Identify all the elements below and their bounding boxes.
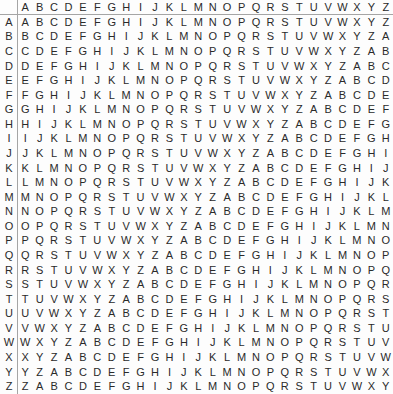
grid-cell: Y (364, 15, 378, 30)
grid-cell: X (133, 234, 147, 249)
grid-cell: E (220, 248, 234, 263)
grid-cell: X (119, 248, 133, 263)
grid-cell: E (191, 277, 205, 292)
grid-cell: X (32, 336, 46, 351)
grid-cell: H (249, 263, 263, 278)
grid-cell: U (234, 88, 248, 103)
grid-cell: T (61, 248, 75, 263)
grid-cell: Y (90, 292, 104, 307)
grid-cell: V (18, 321, 32, 336)
grid-cell: Q (263, 379, 277, 394)
grid-cell: F (18, 88, 32, 103)
grid-cell: D (263, 190, 277, 205)
grid-cell: F (321, 161, 335, 176)
grid-cell: B (18, 30, 32, 45)
grid-cell: W (148, 205, 162, 220)
grid-cell: E (177, 292, 191, 307)
grid-cell: K (162, 15, 176, 30)
grid-cell: D (278, 175, 292, 190)
grid-cell: B (177, 248, 191, 263)
grid-cell: Q (379, 263, 393, 278)
grid-cell: I (148, 379, 162, 394)
grid-cell: C (234, 205, 248, 220)
grid-cell: V (205, 132, 219, 147)
grid-cell: Q (90, 175, 104, 190)
grid-cell: M (364, 219, 378, 234)
grid-cell: X (162, 205, 176, 220)
grid-cell: N (148, 73, 162, 88)
grid-cell: T (148, 161, 162, 176)
grid-cell: J (249, 292, 263, 307)
row-header-cell: S (0, 277, 18, 292)
grid-cell: W (177, 175, 191, 190)
grid-cell: H (335, 175, 349, 190)
grid-cell: W (364, 365, 378, 380)
grid-cell: M (249, 336, 263, 351)
grid-cell: C (278, 161, 292, 176)
grid-cell: M (306, 277, 320, 292)
grid-cell: J (220, 321, 234, 336)
grid-cell: J (321, 219, 335, 234)
grid-cell: N (249, 350, 263, 365)
grid-cell: X (90, 277, 104, 292)
grid-cell: L (278, 292, 292, 307)
grid-cell: G (177, 321, 191, 336)
grid-cell: A (76, 336, 90, 351)
grid-cell: N (278, 321, 292, 336)
grid-cell: Y (47, 336, 61, 351)
grid-cell: Q (278, 365, 292, 380)
grid-cell: J (119, 44, 133, 59)
row-header-cell: K (0, 161, 18, 176)
grid-cell: E (76, 15, 90, 30)
grid-cell: P (364, 263, 378, 278)
grid-cell: U (335, 365, 349, 380)
grid-cell: Z (350, 44, 364, 59)
grid-cell: E (249, 219, 263, 234)
grid-cell: G (335, 161, 349, 176)
grid-cell: V (263, 73, 277, 88)
col-header-cell: W (335, 0, 349, 15)
col-header-cell: Q (249, 0, 263, 15)
grid-cell: F (148, 336, 162, 351)
grid-cell: O (321, 292, 335, 307)
grid-cell: R (249, 30, 263, 45)
grid-cell: L (335, 234, 349, 249)
grid-cell: C (105, 336, 119, 351)
grid-cell: S (148, 146, 162, 161)
grid-cell: K (61, 117, 75, 132)
grid-cell: Y (148, 234, 162, 249)
grid-cell: F (177, 307, 191, 322)
grid-cell: P (263, 365, 277, 380)
grid-cell: J (76, 88, 90, 103)
grid-cell: G (119, 379, 133, 394)
grid-cell: A (249, 161, 263, 176)
grid-cell: O (105, 132, 119, 147)
grid-cell: L (234, 336, 248, 351)
grid-cell: Z (61, 336, 75, 351)
grid-cell: F (90, 15, 104, 30)
grid-cell: R (191, 88, 205, 103)
grid-cell: D (335, 117, 349, 132)
grid-cell: E (162, 307, 176, 322)
grid-cell: Z (133, 263, 147, 278)
grid-cell: I (90, 59, 104, 74)
grid-cell: E (119, 350, 133, 365)
grid-cell: A (90, 321, 104, 336)
grid-cell: Z (379, 15, 393, 30)
grid-cell: L (191, 379, 205, 394)
grid-cell: H (292, 219, 306, 234)
grid-cell: K (148, 30, 162, 45)
grid-cell: G (292, 205, 306, 220)
grid-cell: E (364, 102, 378, 117)
grid-cell: Y (162, 219, 176, 234)
grid-cell: G (234, 263, 248, 278)
grid-cell: P (177, 73, 191, 88)
grid-cell: H (148, 365, 162, 380)
grid-cell: Y (76, 307, 90, 322)
grid-cell: V (220, 117, 234, 132)
grid-cell: S (292, 379, 306, 394)
grid-cell: X (205, 161, 219, 176)
grid-cell: I (18, 132, 32, 147)
grid-cell: Z (32, 365, 46, 380)
grid-cell: L (32, 161, 46, 176)
grid-cell: I (191, 336, 205, 351)
grid-cell: P (162, 88, 176, 103)
grid-cell: M (76, 132, 90, 147)
grid-cell: X (177, 190, 191, 205)
grid-cell: R (177, 102, 191, 117)
grid-cell: U (148, 175, 162, 190)
grid-cell: M (90, 117, 104, 132)
grid-cell: W (61, 292, 75, 307)
grid-cell: J (162, 379, 176, 394)
grid-cell: R (32, 248, 46, 263)
grid-cell: V (119, 219, 133, 234)
grid-cell: L (162, 30, 176, 45)
grid-cell: S (364, 307, 378, 322)
grid-cell: D (148, 307, 162, 322)
grid-cell: Y (133, 248, 147, 263)
grid-cell: R (119, 161, 133, 176)
grid-cell: T (364, 321, 378, 336)
grid-cell: J (133, 30, 147, 45)
grid-cell: K (321, 234, 335, 249)
grid-cell: X (379, 365, 393, 380)
grid-cell: V (47, 292, 61, 307)
grid-cell: H (379, 132, 393, 147)
grid-cell: U (205, 117, 219, 132)
grid-cell: X (321, 44, 335, 59)
grid-cell: C (292, 146, 306, 161)
grid-cell: B (148, 277, 162, 292)
grid-cell: E (321, 146, 335, 161)
grid-cell: C (18, 44, 32, 59)
grid-cell: P (90, 161, 104, 176)
col-header-cell: M (191, 0, 205, 15)
grid-cell: D (249, 205, 263, 220)
grid-cell: F (32, 73, 46, 88)
grid-cell: W (321, 30, 335, 45)
grid-cell: U (220, 102, 234, 117)
row-header-cell: N (0, 205, 18, 220)
grid-cell: W (335, 15, 349, 30)
grid-cell: R (234, 44, 248, 59)
grid-cell: N (263, 336, 277, 351)
grid-cell: R (306, 350, 320, 365)
grid-cell: X (263, 102, 277, 117)
grid-cell: R (335, 321, 349, 336)
grid-cell: D (18, 59, 32, 74)
row-header-cell: R (0, 263, 18, 278)
grid-cell: D (205, 248, 219, 263)
grid-cell: U (18, 307, 32, 322)
grid-cell: V (32, 307, 46, 322)
col-header-cell: X (350, 0, 364, 15)
grid-cell: F (61, 44, 75, 59)
grid-cell: H (90, 44, 104, 59)
grid-cell: S (105, 190, 119, 205)
grid-cell: J (364, 175, 378, 190)
grid-cell: Q (148, 117, 162, 132)
grid-cell: S (263, 30, 277, 45)
grid-cell: O (90, 146, 104, 161)
grid-cell: S (220, 73, 234, 88)
grid-cell: B (364, 59, 378, 74)
grid-cell: H (364, 146, 378, 161)
grid-cell: K (191, 365, 205, 380)
grid-cell: M (162, 44, 176, 59)
grid-cell: Z (321, 73, 335, 88)
grid-cell: J (350, 190, 364, 205)
grid-cell: A (18, 15, 32, 30)
grid-cell: N (292, 307, 306, 322)
grid-cell: Z (76, 321, 90, 336)
grid-cell: A (278, 132, 292, 147)
grid-cell: J (105, 59, 119, 74)
grid-cell: X (148, 219, 162, 234)
grid-cell: P (133, 117, 147, 132)
grid-cell: M (220, 365, 234, 380)
grid-cell: X (47, 321, 61, 336)
grid-cell: U (263, 59, 277, 74)
grid-cell: S (162, 132, 176, 147)
grid-cell: E (133, 336, 147, 351)
grid-cell: Z (263, 132, 277, 147)
grid-cell: Z (90, 307, 104, 322)
grid-cell: A (47, 365, 61, 380)
grid-cell: F (133, 350, 147, 365)
grid-cell: J (191, 350, 205, 365)
grid-cell: O (364, 248, 378, 263)
grid-cell: G (263, 234, 277, 249)
grid-cell: O (234, 379, 248, 394)
grid-cell: D (191, 263, 205, 278)
grid-cell: R (278, 379, 292, 394)
row-header-cell: H (0, 117, 18, 132)
grid-cell: V (278, 59, 292, 74)
grid-cell: W (47, 307, 61, 322)
grid-cell: O (133, 102, 147, 117)
grid-cell: M (105, 102, 119, 117)
grid-cell: U (249, 73, 263, 88)
grid-cell: A (306, 102, 320, 117)
grid-cell: L (133, 59, 147, 74)
grid-cell: B (220, 205, 234, 220)
grid-cell: K (263, 292, 277, 307)
grid-cell: W (292, 59, 306, 74)
row-header-cell: Y (0, 365, 18, 380)
grid-cell: C (263, 175, 277, 190)
grid-cell: O (177, 59, 191, 74)
grid-cell: V (234, 102, 248, 117)
grid-cell: S (379, 292, 393, 307)
grid-cell: E (90, 379, 104, 394)
grid-cell: T (306, 379, 320, 394)
grid-cell: L (76, 117, 90, 132)
grid-cell: F (335, 146, 349, 161)
grid-cell: Q (119, 146, 133, 161)
grid-cell: Z (47, 350, 61, 365)
grid-cell: O (306, 307, 320, 322)
grid-cell: W (133, 219, 147, 234)
grid-cell: I (292, 234, 306, 249)
grid-cell: H (350, 161, 364, 176)
grid-cell: U (350, 350, 364, 365)
grid-cell: D (177, 277, 191, 292)
grid-cell: L (148, 44, 162, 59)
grid-cell: O (18, 219, 32, 234)
grid-cell: K (364, 190, 378, 205)
grid-cell: A (105, 307, 119, 322)
grid-cell: H (306, 205, 320, 220)
grid-cell: D (32, 44, 46, 59)
col-header-cell: K (162, 0, 176, 15)
grid-cell: X (220, 146, 234, 161)
grid-cell: N (76, 146, 90, 161)
grid-cell: S (119, 175, 133, 190)
grid-cell: L (220, 350, 234, 365)
grid-cell: D (350, 102, 364, 117)
grid-cell: A (162, 248, 176, 263)
grid-cell: M (191, 15, 205, 30)
grid-cell: B (76, 350, 90, 365)
corner-cell (0, 0, 18, 15)
grid-cell: M (119, 88, 133, 103)
col-header-cell: Y (364, 0, 378, 15)
grid-cell: P (119, 132, 133, 147)
grid-cell: O (32, 205, 46, 220)
grid-cell: T (177, 132, 191, 147)
grid-cell: J (379, 161, 393, 176)
grid-cell: B (32, 15, 46, 30)
col-header-cell: J (148, 0, 162, 15)
grid-cell: F (263, 219, 277, 234)
grid-cell: V (90, 248, 104, 263)
grid-cell: X (278, 88, 292, 103)
grid-cell: R (90, 190, 104, 205)
grid-cell: M (263, 321, 277, 336)
grid-cell: L (177, 15, 191, 30)
grid-cell: C (162, 277, 176, 292)
row-header-cell: M (0, 190, 18, 205)
grid-cell: B (263, 161, 277, 176)
grid-cell: F (205, 277, 219, 292)
grid-cell: C (177, 263, 191, 278)
grid-cell: D (90, 365, 104, 380)
grid-cell: I (205, 321, 219, 336)
grid-cell: V (364, 350, 378, 365)
grid-cell: U (47, 277, 61, 292)
grid-cell: P (105, 146, 119, 161)
grid-cell: R (76, 205, 90, 220)
grid-cell: U (133, 190, 147, 205)
grid-cell: Y (306, 73, 320, 88)
row-header-cell: I (0, 132, 18, 147)
grid-cell: A (191, 219, 205, 234)
grid-cell: G (162, 336, 176, 351)
grid-cell: T (18, 292, 32, 307)
grid-cell: K (205, 350, 219, 365)
grid-cell: G (32, 88, 46, 103)
grid-cell: Z (306, 88, 320, 103)
grid-cell: K (177, 379, 191, 394)
grid-cell: W (263, 88, 277, 103)
grid-cell: B (379, 44, 393, 59)
grid-cell: E (379, 88, 393, 103)
grid-cell: D (379, 73, 393, 88)
grid-cell: Q (47, 219, 61, 234)
grid-cell: C (350, 88, 364, 103)
grid-cell: C (133, 307, 147, 322)
grid-cell: L (61, 132, 75, 147)
grid-cell: H (61, 73, 75, 88)
grid-cell: C (76, 365, 90, 380)
grid-cell: N (133, 88, 147, 103)
grid-cell: P (18, 234, 32, 249)
grid-cell: F (364, 117, 378, 132)
grid-cell: F (306, 175, 320, 190)
grid-cell: Y (321, 59, 335, 74)
grid-cell: P (321, 307, 335, 322)
col-header-cell: P (234, 0, 248, 15)
grid-cell: J (306, 234, 320, 249)
col-header-cell: L (177, 0, 191, 15)
grid-cell: I (306, 219, 320, 234)
grid-cell: I (379, 146, 393, 161)
row-header-cell: X (0, 350, 18, 365)
col-header-cell: B (32, 0, 46, 15)
grid-cell: C (205, 234, 219, 249)
row-header-cell: G (0, 102, 18, 117)
grid-cell: A (32, 379, 46, 394)
grid-cell: I (335, 190, 349, 205)
grid-cell: N (18, 205, 32, 220)
grid-cell: S (306, 365, 320, 380)
grid-cell: R (205, 73, 219, 88)
header-col-divider (17, 0, 18, 394)
grid-cell: Q (234, 30, 248, 45)
grid-cell: T (278, 30, 292, 45)
grid-cell: Z (249, 146, 263, 161)
col-header-cell: C (47, 0, 61, 15)
grid-cell: Y (61, 321, 75, 336)
grid-cell: S (321, 350, 335, 365)
grid-cell: B (90, 336, 104, 351)
